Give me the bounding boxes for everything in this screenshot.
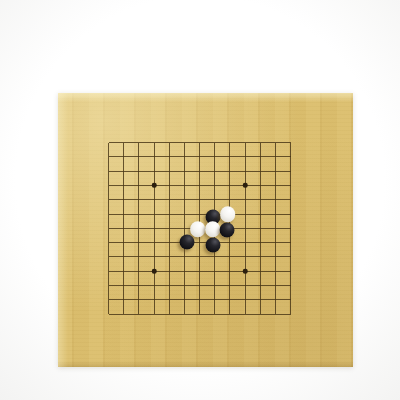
black-stone[interactable] [219,223,234,238]
grid-line-vertical [260,143,261,315]
go-board [58,93,353,367]
grid-line-horizontal [109,285,291,286]
grid-line-horizontal [109,271,291,272]
grid-line-horizontal [109,314,291,315]
black-stone[interactable] [205,237,220,252]
grid-line-vertical [275,143,276,315]
star-point [152,183,157,188]
star-point [243,269,248,274]
star-point [152,269,157,274]
white-stone[interactable] [190,222,206,238]
black-stone[interactable] [180,234,195,249]
grid-line-vertical [290,143,291,315]
white-stone[interactable] [205,222,221,238]
star-point [243,183,248,188]
grid-line-vertical [245,143,246,315]
grid-line-horizontal [109,242,291,243]
grid-line-horizontal [109,299,291,300]
white-stone[interactable] [220,206,236,222]
grid-line-horizontal [109,256,291,257]
board-grid [109,143,291,315]
